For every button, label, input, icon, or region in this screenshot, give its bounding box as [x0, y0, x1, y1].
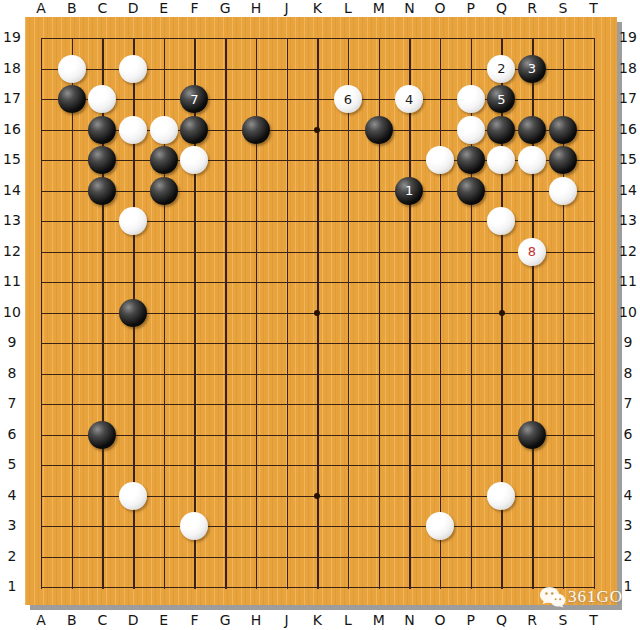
- row-label: 2: [2, 548, 22, 564]
- row-label: 13: [618, 212, 638, 228]
- col-label: J: [285, 0, 289, 16]
- stone-black-d10: [119, 299, 147, 327]
- stone-black-e15: [150, 146, 178, 174]
- col-label: A: [36, 612, 46, 628]
- col-label: N: [404, 612, 414, 628]
- stone-black-r6: [518, 421, 546, 449]
- row-label: 3: [618, 517, 638, 533]
- col-label: S: [558, 0, 567, 16]
- stone-black-c16: [88, 116, 116, 144]
- row-label: 5: [2, 456, 22, 472]
- col-label: T: [589, 0, 598, 16]
- stone-white-o3: [426, 512, 454, 540]
- move-number: 4: [405, 93, 413, 106]
- stone-white-n17: 4: [395, 85, 423, 113]
- stone-white-c17: [88, 85, 116, 113]
- move-number: 8: [528, 245, 536, 258]
- stone-white-d4: [119, 482, 147, 510]
- stone-white-f3: [180, 512, 208, 540]
- col-label: N: [404, 0, 414, 16]
- row-label: 13: [2, 212, 22, 228]
- row-label: 3: [2, 517, 22, 533]
- row-label: 17: [2, 90, 22, 106]
- stone-white-q15: [487, 146, 515, 174]
- stone-black-b17: [58, 85, 86, 113]
- col-label: E: [159, 612, 168, 628]
- row-label: 12: [2, 243, 22, 259]
- row-label: 17: [618, 90, 638, 106]
- watermark-text: 361GO: [568, 587, 623, 607]
- row-label: 11: [618, 273, 638, 289]
- stone-white-b18: [58, 55, 86, 83]
- stone-black-c6: [88, 421, 116, 449]
- col-label: E: [159, 0, 168, 16]
- stone-black-h16: [242, 116, 270, 144]
- stone-white-p17: [457, 85, 485, 113]
- col-label: H: [251, 0, 262, 16]
- stone-white-p16: [457, 116, 485, 144]
- stone-white-r15: [518, 146, 546, 174]
- stone-white-d13: [119, 207, 147, 235]
- stone-black-c15: [88, 146, 116, 174]
- move-number: 1: [405, 184, 413, 197]
- col-label: G: [220, 0, 231, 16]
- col-label: F: [190, 0, 198, 16]
- row-label: 4: [2, 487, 22, 503]
- col-label: B: [67, 0, 77, 16]
- col-label: B: [67, 612, 77, 628]
- row-label: 4: [618, 487, 638, 503]
- move-number: 2: [497, 62, 505, 75]
- stone-white-f15: [180, 146, 208, 174]
- row-label: 19: [618, 29, 638, 45]
- col-label: P: [467, 612, 475, 628]
- row-label: 15: [618, 151, 638, 167]
- stone-white-d16: [119, 116, 147, 144]
- move-number: 3: [528, 62, 536, 75]
- col-label: M: [373, 0, 385, 16]
- stone-black-f16: [180, 116, 208, 144]
- stone-black-f17: 7: [180, 85, 208, 113]
- col-label: C: [98, 0, 108, 16]
- col-label: G: [220, 612, 231, 628]
- watermark: 361GO: [539, 584, 623, 610]
- stone-white-q4: [487, 482, 515, 510]
- stone-black-e14: [150, 177, 178, 205]
- row-label: 14: [2, 182, 22, 198]
- col-label: T: [589, 612, 598, 628]
- row-label: 2: [618, 548, 638, 564]
- stone-black-p15: [457, 146, 485, 174]
- row-label: 9: [618, 334, 638, 350]
- col-label: K: [313, 0, 322, 16]
- col-label: Q: [496, 0, 507, 16]
- row-label: 10: [2, 304, 22, 320]
- row-label: 11: [2, 273, 22, 289]
- col-label: F: [190, 612, 198, 628]
- row-label: 19: [2, 29, 22, 45]
- stone-black-c14: [88, 177, 116, 205]
- col-label: C: [98, 612, 108, 628]
- row-label: 10: [618, 304, 638, 320]
- col-label: Q: [496, 612, 507, 628]
- row-label: 8: [2, 365, 22, 381]
- stone-white-d18: [119, 55, 147, 83]
- stone-white-q13: [487, 207, 515, 235]
- col-label: O: [435, 612, 446, 628]
- col-label: J: [285, 612, 289, 628]
- row-label: 5: [618, 456, 638, 472]
- row-label: 7: [2, 395, 22, 411]
- col-label: O: [435, 0, 446, 16]
- col-label: R: [527, 612, 537, 628]
- stone-white-r12: 8: [518, 238, 546, 266]
- col-label: K: [313, 612, 322, 628]
- stone-black-s16: [549, 116, 577, 144]
- stone-black-p14: [457, 177, 485, 205]
- col-label: H: [251, 612, 262, 628]
- stone-black-r16: [518, 116, 546, 144]
- col-label: D: [128, 0, 139, 16]
- move-number: 7: [190, 93, 198, 106]
- stone-black-n14: 1: [395, 177, 423, 205]
- col-label: D: [128, 612, 139, 628]
- stone-white-q18: 2: [487, 55, 515, 83]
- col-label: R: [527, 0, 537, 16]
- row-label: 6: [2, 426, 22, 442]
- stone-black-m16: [365, 116, 393, 144]
- col-label: M: [373, 612, 385, 628]
- row-label: 18: [618, 60, 638, 76]
- row-label: 16: [2, 121, 22, 137]
- row-label: 12: [618, 243, 638, 259]
- col-label: A: [36, 0, 46, 16]
- row-label: 9: [2, 334, 22, 350]
- stone-black-q17: 5: [487, 85, 515, 113]
- go-diagram-page: 23764518 ABCDEFGHJKLMNOPQRST ABCDEFGHJKL…: [0, 0, 640, 630]
- move-number: 6: [344, 93, 352, 106]
- stone-black-r18: 3: [518, 55, 546, 83]
- row-label: 16: [618, 121, 638, 137]
- row-label: 6: [618, 426, 638, 442]
- col-label: L: [344, 612, 352, 628]
- stone-black-s15: [549, 146, 577, 174]
- stone-white-s14: [549, 177, 577, 205]
- stone-white-o15: [426, 146, 454, 174]
- col-label: L: [344, 0, 352, 16]
- row-label: 8: [618, 365, 638, 381]
- stone-white-l17: 6: [334, 85, 362, 113]
- row-label: 1: [2, 578, 22, 594]
- stone-black-q16: [487, 116, 515, 144]
- row-label: 18: [2, 60, 22, 76]
- go-board: 23764518: [25, 17, 617, 605]
- stone-white-e16: [150, 116, 178, 144]
- row-label: 15: [2, 151, 22, 167]
- row-label: 7: [618, 395, 638, 411]
- col-label: P: [467, 0, 475, 16]
- stones-layer: 23764518: [26, 23, 609, 603]
- move-number: 5: [497, 93, 505, 106]
- wechat-icon: [539, 586, 566, 608]
- col-label: S: [558, 612, 567, 628]
- row-label: 14: [618, 182, 638, 198]
